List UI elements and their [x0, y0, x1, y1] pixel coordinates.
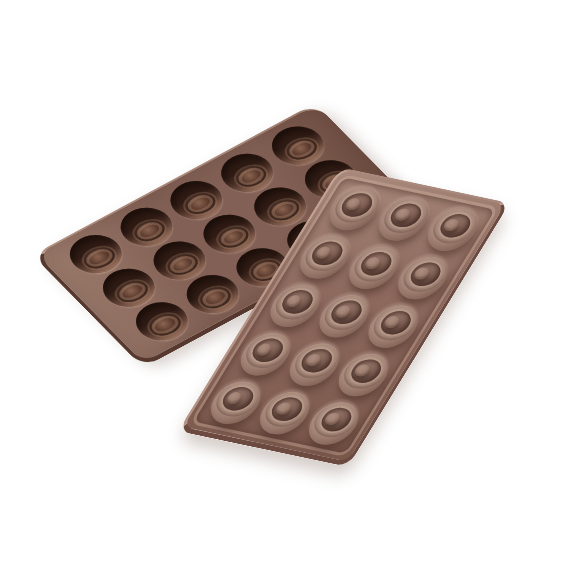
- knob-recess: [326, 298, 366, 326]
- cavity-swirl-rings: [180, 189, 221, 218]
- knob-recess: [316, 406, 356, 434]
- knob-center-dome: [343, 198, 363, 212]
- cavity-swirl-rings: [263, 195, 304, 224]
- cavity-swirl-rings: [231, 162, 272, 191]
- knob-center-dome: [363, 256, 383, 270]
- knob-top-face: [307, 400, 364, 441]
- knob-center-dome: [442, 218, 462, 232]
- knob-center-dome: [273, 402, 293, 416]
- knob-center-dome: [323, 412, 343, 426]
- knob-top-face: [268, 282, 325, 323]
- knob-top-face: [347, 244, 404, 285]
- knob-top-face: [337, 352, 394, 393]
- cavity-swirl-rings: [281, 135, 322, 164]
- knob-top-face: [366, 303, 423, 344]
- cavity-swirl-rings: [130, 216, 171, 245]
- knob-recess: [247, 336, 287, 364]
- knob-recess: [405, 260, 445, 288]
- knob-recess: [267, 395, 307, 423]
- knob-recess: [346, 357, 386, 385]
- knob-center-dome: [313, 246, 333, 260]
- knob-top-face: [258, 390, 315, 431]
- knob-center-dome: [333, 305, 353, 319]
- cavity-swirl-rings: [79, 243, 120, 272]
- knob-recess: [356, 250, 396, 278]
- knob-top-face: [208, 379, 265, 420]
- cavity-swirl-rings: [145, 310, 186, 339]
- knob-top-face: [426, 206, 483, 247]
- knob-center-dome: [382, 315, 402, 329]
- knob-top-face: [287, 341, 344, 382]
- knob-center-dome: [254, 343, 274, 357]
- knob-recess: [297, 347, 337, 375]
- knob-recess: [376, 309, 416, 337]
- knob-center-dome: [392, 208, 412, 222]
- cavity-swirl-rings: [195, 283, 236, 312]
- knob-center-dome: [352, 364, 372, 378]
- knob-recess: [386, 201, 426, 229]
- knob-top-face: [298, 234, 355, 275]
- knob-top-face: [327, 185, 384, 226]
- knob-top-face: [396, 255, 453, 296]
- knob-center-dome: [412, 267, 432, 281]
- knob-recess: [307, 239, 347, 267]
- cavity-swirl-rings: [213, 222, 254, 251]
- cavity-swirl-rings: [112, 277, 153, 306]
- knob-center-dome: [224, 391, 244, 405]
- product-photo-canvas: [0, 0, 568, 568]
- knob-top-face: [238, 331, 295, 372]
- knob-center-dome: [303, 353, 323, 367]
- knob-recess: [277, 288, 317, 316]
- knob-recess: [337, 191, 377, 219]
- cavity-swirl-rings: [162, 250, 203, 279]
- knob-center-dome: [284, 294, 304, 308]
- knob-top-face: [377, 196, 434, 237]
- knob-recess: [218, 385, 258, 413]
- knob-recess: [435, 212, 475, 240]
- knob-top-face: [317, 293, 374, 334]
